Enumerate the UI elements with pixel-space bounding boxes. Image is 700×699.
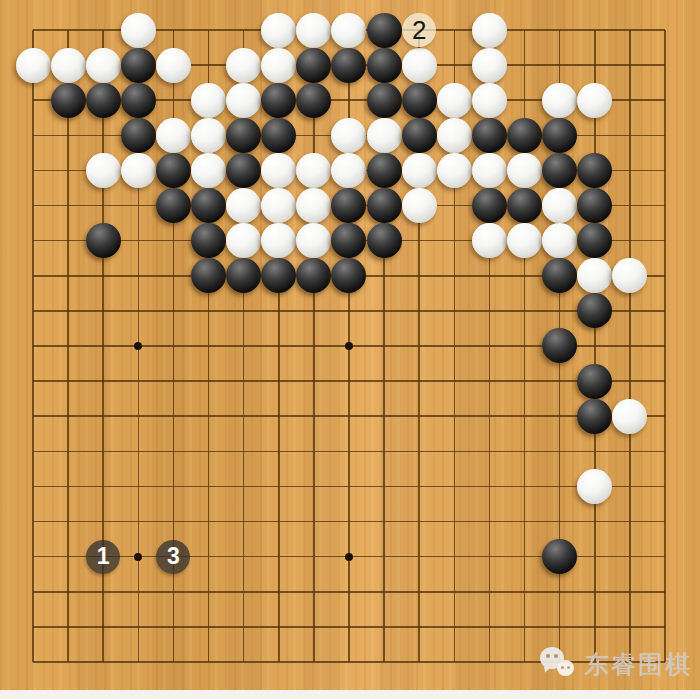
grid-line-horizontal bbox=[33, 451, 665, 453]
white-stone bbox=[261, 48, 296, 83]
star-point bbox=[345, 553, 353, 561]
grid-line-horizontal bbox=[33, 380, 665, 382]
black-stone bbox=[367, 188, 402, 223]
black-stone bbox=[191, 223, 226, 258]
black-stone bbox=[367, 223, 402, 258]
black-stone bbox=[261, 258, 296, 293]
grid-line-vertical bbox=[594, 30, 596, 662]
black-stone bbox=[156, 188, 191, 223]
move-marker-3: 3 bbox=[156, 540, 190, 574]
white-stone bbox=[472, 223, 507, 258]
white-stone bbox=[472, 153, 507, 188]
grid-line-horizontal bbox=[33, 591, 665, 593]
white-stone bbox=[296, 13, 331, 48]
white-stone bbox=[121, 13, 156, 48]
black-stone bbox=[191, 188, 226, 223]
white-stone bbox=[156, 118, 191, 153]
white-stone bbox=[296, 223, 331, 258]
white-stone bbox=[472, 48, 507, 83]
white-stone bbox=[331, 118, 366, 153]
white-stone bbox=[577, 258, 612, 293]
white-stone bbox=[86, 153, 121, 188]
white-stone bbox=[261, 153, 296, 188]
black-stone bbox=[331, 48, 366, 83]
white-stone bbox=[542, 223, 577, 258]
black-stone bbox=[331, 258, 366, 293]
watermark: 东睿围棋 bbox=[540, 642, 692, 686]
white-stone bbox=[402, 48, 437, 83]
white-stone bbox=[507, 223, 542, 258]
white-stone bbox=[226, 83, 261, 118]
black-stone bbox=[226, 118, 261, 153]
black-stone bbox=[542, 153, 577, 188]
black-stone bbox=[331, 188, 366, 223]
black-stone bbox=[402, 118, 437, 153]
black-stone bbox=[296, 258, 331, 293]
black-stone bbox=[121, 83, 156, 118]
black-stone bbox=[121, 118, 156, 153]
white-stone bbox=[16, 48, 51, 83]
white-stone bbox=[577, 469, 612, 504]
white-stone bbox=[86, 48, 121, 83]
white-stone bbox=[437, 153, 472, 188]
grid-line-horizontal bbox=[33, 626, 665, 628]
black-stone bbox=[542, 539, 577, 574]
white-stone bbox=[191, 153, 226, 188]
black-stone bbox=[51, 83, 86, 118]
white-stone bbox=[612, 258, 647, 293]
black-stone bbox=[577, 153, 612, 188]
white-stone bbox=[472, 83, 507, 118]
wechat-bubble-small bbox=[557, 660, 574, 676]
white-stone bbox=[296, 188, 331, 223]
black-stone bbox=[261, 83, 296, 118]
white-stone bbox=[437, 83, 472, 118]
black-stone bbox=[507, 118, 542, 153]
black-stone bbox=[472, 118, 507, 153]
go-app-screenshot: 123 东睿围棋 bbox=[0, 0, 700, 699]
white-stone bbox=[261, 188, 296, 223]
black-stone bbox=[226, 258, 261, 293]
white-stone bbox=[156, 48, 191, 83]
move-marker-2: 2 bbox=[402, 13, 436, 47]
black-stone bbox=[542, 258, 577, 293]
black-stone bbox=[226, 153, 261, 188]
black-stone bbox=[367, 153, 402, 188]
white-stone bbox=[296, 153, 331, 188]
white-stone bbox=[191, 118, 226, 153]
white-stone bbox=[331, 13, 366, 48]
grid-line-vertical bbox=[629, 30, 631, 662]
white-stone bbox=[261, 223, 296, 258]
black-stone bbox=[367, 48, 402, 83]
black-stone bbox=[86, 83, 121, 118]
black-stone bbox=[577, 364, 612, 399]
white-stone bbox=[367, 118, 402, 153]
black-stone bbox=[191, 258, 226, 293]
grid-line-horizontal bbox=[33, 521, 665, 523]
white-stone bbox=[261, 13, 296, 48]
wechat-icon bbox=[540, 643, 578, 685]
white-stone bbox=[191, 83, 226, 118]
black-stone bbox=[261, 118, 296, 153]
black-stone bbox=[367, 13, 402, 48]
white-stone bbox=[226, 188, 261, 223]
black-stone bbox=[86, 223, 121, 258]
black-stone bbox=[507, 188, 542, 223]
white-stone bbox=[542, 83, 577, 118]
black-stone bbox=[296, 48, 331, 83]
black-stone bbox=[542, 328, 577, 363]
black-stone bbox=[577, 293, 612, 328]
grid-line-horizontal bbox=[33, 415, 665, 417]
black-stone bbox=[577, 223, 612, 258]
white-stone bbox=[226, 223, 261, 258]
white-stone bbox=[577, 83, 612, 118]
star-point bbox=[134, 553, 142, 561]
move-marker-1: 1 bbox=[86, 540, 120, 574]
white-stone bbox=[402, 153, 437, 188]
white-stone bbox=[51, 48, 86, 83]
black-stone bbox=[402, 83, 437, 118]
black-stone bbox=[331, 223, 366, 258]
grid-line-vertical bbox=[664, 30, 666, 662]
white-stone bbox=[121, 153, 156, 188]
white-stone bbox=[472, 13, 507, 48]
bottom-border bbox=[0, 690, 700, 699]
black-stone bbox=[121, 48, 156, 83]
white-stone bbox=[402, 188, 437, 223]
star-point bbox=[345, 342, 353, 350]
black-stone bbox=[472, 188, 507, 223]
white-stone bbox=[331, 153, 366, 188]
black-stone bbox=[367, 83, 402, 118]
star-point bbox=[134, 342, 142, 350]
black-stone bbox=[296, 83, 331, 118]
go-board[interactable]: 123 bbox=[0, 0, 700, 690]
grid-line-horizontal bbox=[33, 486, 665, 488]
black-stone bbox=[156, 153, 191, 188]
white-stone bbox=[542, 188, 577, 223]
white-stone bbox=[612, 399, 647, 434]
black-stone bbox=[577, 399, 612, 434]
black-stone bbox=[542, 118, 577, 153]
white-stone bbox=[437, 118, 472, 153]
watermark-text: 东睿围棋 bbox=[584, 648, 692, 681]
white-stone bbox=[507, 153, 542, 188]
black-stone bbox=[577, 188, 612, 223]
white-stone bbox=[226, 48, 261, 83]
